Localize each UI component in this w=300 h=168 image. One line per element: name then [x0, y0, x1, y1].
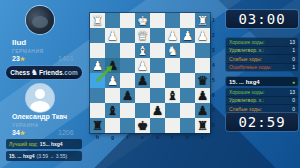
square-e2[interactable]: ♛: [135, 28, 150, 43]
white-player-country: ГЕРМАНИЯ: [12, 48, 44, 54]
person-icon: [30, 101, 50, 112]
black-player-avatar[interactable]: [26, 84, 54, 112]
stats-value: 13: [289, 89, 295, 95]
piece-white-pawn: ♟: [92, 58, 103, 73]
square-b5[interactable]: [180, 73, 195, 88]
square-b7[interactable]: [180, 103, 195, 118]
square-a2[interactable]: ♟: [195, 28, 210, 43]
stats-value: 1: [292, 64, 295, 70]
piece-white-pawn: ♟: [107, 73, 118, 88]
knight-logo-icon: ♞: [31, 68, 38, 77]
best-move-value: 15... hxg4: [40, 141, 63, 147]
square-d6[interactable]: [150, 88, 165, 103]
played-move-eval: (3.59 → 3.55): [37, 153, 68, 159]
rank-label-2: 2: [212, 32, 220, 38]
stats-value: 0: [292, 106, 295, 112]
white-player-name[interactable]: Ilud: [12, 38, 26, 47]
file-label-b: b: [180, 134, 195, 140]
square-f4[interactable]: [120, 58, 135, 73]
piece-white-rook: ♜: [92, 13, 103, 28]
good-move-dot-icon: ●: [292, 79, 295, 85]
stats-row: Слабые ходы:0: [226, 55, 298, 64]
square-h8[interactable]: ♜: [90, 118, 105, 133]
best-move-label: Лучший ход:: [9, 141, 38, 147]
rank-label-7: 7: [212, 107, 220, 113]
file-label-d: d: [150, 134, 165, 140]
piece-black-pawn: ♟: [197, 103, 208, 118]
square-g3[interactable]: [105, 43, 120, 58]
logo-text-com: .com: [63, 69, 78, 76]
square-e5[interactable]: ♟: [135, 73, 150, 88]
square-g2[interactable]: ♟: [105, 28, 120, 43]
rank-label-8: 8: [212, 122, 220, 128]
square-c7[interactable]: [165, 103, 180, 118]
stats-value: 0: [292, 97, 295, 103]
square-g5[interactable]: ♟: [105, 73, 120, 88]
square-c2[interactable]: ♟: [165, 28, 180, 43]
piece-white-pawn: ♟: [137, 58, 148, 73]
stats-label: Удовлетвор. х.:: [229, 47, 264, 53]
stats-label: Хорошие ходы:: [229, 89, 265, 95]
stats-label: Удовлетвор. х.:: [229, 97, 264, 103]
piece-white-pawn: ♟: [167, 28, 178, 43]
piece-black-pawn: ♟: [122, 88, 133, 103]
piece-black-rook: ♜: [92, 118, 103, 133]
square-g6[interactable]: [105, 88, 120, 103]
stats-label: Ошибочные ходы:: [229, 64, 271, 70]
square-h6[interactable]: [90, 88, 105, 103]
square-d4[interactable]: [150, 58, 165, 73]
file-label-e: e: [135, 134, 150, 140]
square-a4[interactable]: [195, 58, 210, 73]
person-icon: [35, 89, 45, 99]
square-e6[interactable]: [135, 88, 150, 103]
square-f2[interactable]: [120, 28, 135, 43]
chessfriends-logo[interactable]: Chess♞Friends.com: [6, 66, 82, 79]
piece-black-queen: ♛: [197, 73, 208, 88]
square-e4[interactable]: ♟: [135, 58, 150, 73]
stats-label: Хорошие ходы:: [229, 39, 265, 45]
piece-white-pawn: ♟: [197, 28, 208, 43]
file-label-g: g: [105, 134, 120, 140]
stats-row: Удовлетвор. х.:0: [226, 97, 298, 106]
star-icon: ★: [20, 130, 25, 136]
piece-black-king: ♚: [137, 118, 148, 133]
square-h5[interactable]: [90, 73, 105, 88]
square-c5[interactable]: [165, 73, 180, 88]
square-a5[interactable]: ♛: [195, 73, 210, 88]
square-e1[interactable]: ♚: [135, 13, 150, 28]
avatar-photo: [32, 16, 48, 28]
logo-text-left: Chess: [10, 69, 30, 76]
square-b8[interactable]: [180, 118, 195, 133]
square-d1[interactable]: [150, 13, 165, 28]
black-player-level: 34★: [12, 129, 25, 136]
square-h2[interactable]: [90, 28, 105, 43]
piece-white-knight: ♞: [167, 43, 178, 58]
square-c6[interactable]: ♝: [165, 88, 180, 103]
rank-label-5: 5: [212, 77, 220, 83]
square-a1[interactable]: ♜: [195, 13, 210, 28]
square-c3[interactable]: ♞: [165, 43, 180, 58]
square-f7[interactable]: [120, 103, 135, 118]
stats-row: Удовлетвор. х.:1: [226, 47, 298, 56]
black-clock: 02:59: [226, 113, 298, 131]
square-a8[interactable]: ♜: [195, 118, 210, 133]
square-a7[interactable]: ♟: [195, 103, 210, 118]
played-move-value: 15. ... hxg4: [9, 153, 35, 159]
app-window: Ilud ГЕРМАНИЯ 23★ 1401 Chess♞Friends.com…: [0, 0, 300, 168]
square-d8[interactable]: [150, 118, 165, 133]
piece-black-bishop: ♝: [167, 88, 178, 103]
square-a6[interactable]: ♟: [195, 88, 210, 103]
file-label-a: a: [195, 134, 210, 140]
square-d3[interactable]: [150, 43, 165, 58]
current-move-row[interactable]: 15. ... hxg4 ●: [226, 77, 298, 86]
stats-label: Слабые ходы:: [229, 106, 262, 112]
best-move-box: Лучший ход: 15... hxg4: [6, 139, 82, 149]
square-h1[interactable]: ♜: [90, 13, 105, 28]
file-label-h: h: [90, 134, 105, 140]
piece-black-pawn: ♟: [152, 103, 163, 118]
played-move-box: 15. ... hxg4 (3.59 → 3.55): [6, 151, 82, 161]
rank-label-3: 3: [212, 47, 220, 53]
white-player-rating: 1401: [58, 55, 74, 62]
file-label-c: c: [165, 134, 180, 140]
square-h7[interactable]: [90, 103, 105, 118]
stats-value: 13: [289, 39, 295, 45]
piece-black-pawn: ♟: [107, 58, 118, 73]
stats-value: 1: [292, 47, 295, 53]
square-g1[interactable]: [105, 13, 120, 28]
piece-white-king: ♚: [137, 13, 148, 28]
square-f8[interactable]: [120, 118, 135, 133]
logo-text-right: Friends: [39, 69, 62, 76]
rank-label-4: 4: [212, 62, 220, 68]
star-icon: ★: [20, 56, 25, 62]
black-player-name[interactable]: Олександр Ткач: [12, 113, 67, 120]
square-d5[interactable]: [150, 73, 165, 88]
black-player-country: УКРАИНА: [12, 122, 38, 128]
square-h3[interactable]: [90, 43, 105, 58]
square-f5[interactable]: [120, 73, 135, 88]
square-b4[interactable]: [180, 58, 195, 73]
white-player-level: 23★: [12, 55, 25, 62]
piece-white-pawn: ♟: [182, 28, 193, 43]
square-e3[interactable]: ♝: [135, 43, 150, 58]
piece-white-pawn: ♟: [107, 28, 118, 43]
square-f1[interactable]: [120, 13, 135, 28]
piece-white-bishop: ♝: [137, 43, 148, 58]
square-g8[interactable]: [105, 118, 120, 133]
square-g7[interactable]: ♝: [105, 103, 120, 118]
square-d7[interactable]: ♟: [150, 103, 165, 118]
black-player-rating: 1206: [58, 129, 74, 136]
piece-black-rook: ♜: [197, 118, 208, 133]
rank-label-6: 6: [212, 92, 220, 98]
white-player-avatar[interactable]: [26, 6, 54, 34]
square-b6[interactable]: [180, 88, 195, 103]
chess-board-area: ♜♚♜♟♛♟♟♟♝♞♟♟♟♟♟♛♟♝♟♝♟♟♜♚♜ 12345678 hgfed…: [90, 13, 220, 141]
chess-board: ♜♚♜♟♛♟♟♟♝♞♟♟♟♟♟♛♟♝♟♝♟♟♜♚♜: [90, 13, 210, 133]
piece-black-pawn: ♟: [137, 73, 148, 88]
square-f6[interactable]: ♟: [120, 88, 135, 103]
white-move-stats: Хорошие ходы:13Удовлетвор. х.:1Слабые хо…: [226, 38, 298, 71]
stats-label: Слабые ходы:: [229, 56, 262, 62]
file-label-f: f: [120, 134, 135, 140]
piece-black-bishop: ♝: [107, 103, 118, 118]
square-g4[interactable]: ♟: [105, 58, 120, 73]
square-a3[interactable]: [195, 43, 210, 58]
stats-row: Ошибочные ходы:1: [226, 64, 298, 72]
stats-row: Хорошие ходы:13: [226, 88, 298, 97]
square-c8[interactable]: [165, 118, 180, 133]
square-b3[interactable]: [180, 43, 195, 58]
square-b2[interactable]: ♟: [180, 28, 195, 43]
stats-value: 0: [292, 56, 295, 62]
square-f3[interactable]: [120, 43, 135, 58]
stats-row: Хорошие ходы:13: [226, 38, 298, 47]
white-clock: 03:00: [226, 10, 298, 28]
square-e8[interactable]: ♚: [135, 118, 150, 133]
square-d2[interactable]: [150, 28, 165, 43]
square-c4[interactable]: [165, 58, 180, 73]
square-e7[interactable]: [135, 103, 150, 118]
square-c1[interactable]: [165, 13, 180, 28]
piece-black-pawn: ♟: [197, 88, 208, 103]
current-move-text: 15. ... hxg4: [229, 79, 260, 85]
square-b1[interactable]: [180, 13, 195, 28]
rank-label-1: 1: [212, 17, 220, 23]
square-h4[interactable]: ♟: [90, 58, 105, 73]
piece-white-queen: ♛: [137, 28, 148, 43]
piece-white-rook: ♜: [197, 13, 208, 28]
